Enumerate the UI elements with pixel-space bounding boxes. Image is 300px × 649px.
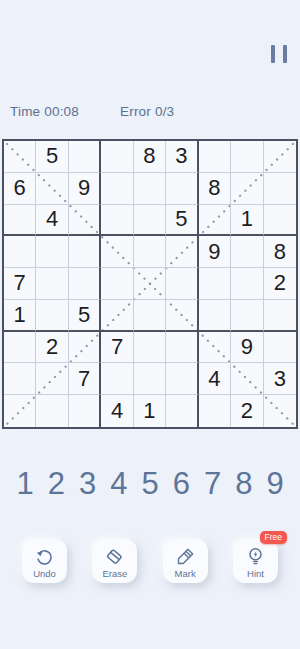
cell-r8c6[interactable] xyxy=(166,363,198,395)
cell-r3c2[interactable]: 4 xyxy=(36,205,68,237)
cell-r7c4[interactable]: 7 xyxy=(101,332,133,364)
cell-r9c4[interactable]: 4 xyxy=(101,395,133,427)
cell-r1c1[interactable] xyxy=(4,141,36,173)
cell-r6c8[interactable] xyxy=(231,300,263,332)
cell-r3c7[interactable] xyxy=(199,205,231,237)
cell-r8c9[interactable]: 3 xyxy=(264,363,296,395)
cell-r5c3[interactable] xyxy=(69,268,101,300)
cell-r8c3[interactable]: 7 xyxy=(69,363,101,395)
cell-r9c5[interactable]: 1 xyxy=(134,395,166,427)
cell-r5c2[interactable] xyxy=(36,268,68,300)
undo-label: Undo xyxy=(33,568,56,579)
cell-r7c1[interactable] xyxy=(4,332,36,364)
cell-r8c2[interactable] xyxy=(36,363,68,395)
mark-label: Mark xyxy=(175,568,196,579)
cell-r7c8[interactable]: 9 xyxy=(231,332,263,364)
numpad-5[interactable]: 5 xyxy=(137,468,163,499)
cell-r2c4[interactable] xyxy=(101,173,133,205)
hint-label: Hint xyxy=(247,568,264,579)
numpad-6[interactable]: 6 xyxy=(168,468,194,499)
cell-r3c9[interactable] xyxy=(264,205,296,237)
erase-label: Erase xyxy=(102,568,127,579)
cell-r6c2[interactable] xyxy=(36,300,68,332)
cell-r9c1[interactable] xyxy=(4,395,36,427)
cell-r4c8[interactable] xyxy=(231,236,263,268)
cell-r9c3[interactable] xyxy=(69,395,101,427)
pause-icon xyxy=(283,45,287,63)
cell-r3c8[interactable]: 1 xyxy=(231,205,263,237)
undo-button[interactable]: Undo xyxy=(22,539,67,583)
cell-r5c5[interactable] xyxy=(134,268,166,300)
cell-r5c9[interactable]: 2 xyxy=(264,268,296,300)
cell-r2c7[interactable]: 8 xyxy=(199,173,231,205)
cell-r6c1[interactable]: 1 xyxy=(4,300,36,332)
cell-r8c1[interactable] xyxy=(4,363,36,395)
cell-r2c9[interactable] xyxy=(264,173,296,205)
status-row: Time 00:08 Error 0/3 xyxy=(0,104,300,122)
cell-r3c1[interactable] xyxy=(4,205,36,237)
cell-r3c5[interactable] xyxy=(134,205,166,237)
toolbar: Undo Erase xyxy=(0,539,300,583)
cell-r7c5[interactable] xyxy=(134,332,166,364)
cell-r5c1[interactable]: 7 xyxy=(4,268,36,300)
cell-r2c5[interactable] xyxy=(134,173,166,205)
numpad-2[interactable]: 2 xyxy=(43,468,69,499)
cell-r9c7[interactable] xyxy=(199,395,231,427)
cell-r1c2[interactable]: 5 xyxy=(36,141,68,173)
cell-r9c2[interactable] xyxy=(36,395,68,427)
cell-r7c3[interactable] xyxy=(69,332,101,364)
cell-r2c8[interactable] xyxy=(231,173,263,205)
cell-r2c3[interactable]: 9 xyxy=(69,173,101,205)
cell-r4c3[interactable] xyxy=(69,236,101,268)
cell-r4c7[interactable]: 9 xyxy=(199,236,231,268)
cell-r4c9[interactable]: 8 xyxy=(264,236,296,268)
numpad-1[interactable]: 1 xyxy=(12,468,38,499)
cell-r6c4[interactable] xyxy=(101,300,133,332)
cell-r1c6[interactable]: 3 xyxy=(166,141,198,173)
cell-r1c7[interactable] xyxy=(199,141,231,173)
cell-r1c4[interactable] xyxy=(101,141,133,173)
pause-button[interactable] xyxy=(271,45,287,63)
cell-r5c4[interactable] xyxy=(101,268,133,300)
cell-r1c8[interactable] xyxy=(231,141,263,173)
cell-r9c6[interactable] xyxy=(166,395,198,427)
cell-r5c7[interactable] xyxy=(199,268,231,300)
number-pad: 1 2 3 4 5 6 7 8 9 xyxy=(0,461,300,505)
sudoku-board: 583698451987215279743412 xyxy=(2,139,298,429)
free-badge: Free xyxy=(260,531,287,544)
sudoku-app-screen: Time 00:08 Error 0/3 5836984519872152797… xyxy=(0,0,300,649)
cell-r1c3[interactable] xyxy=(69,141,101,173)
cell-r4c4[interactable] xyxy=(101,236,133,268)
cell-r8c5[interactable] xyxy=(134,363,166,395)
cell-r7c6[interactable] xyxy=(166,332,198,364)
bulb-icon xyxy=(245,546,266,567)
cell-r6c5[interactable] xyxy=(134,300,166,332)
cell-r4c6[interactable] xyxy=(166,236,198,268)
cell-r6c7[interactable] xyxy=(199,300,231,332)
cell-r7c2[interactable]: 2 xyxy=(36,332,68,364)
numpad-3[interactable]: 3 xyxy=(75,468,101,499)
cell-r7c7[interactable] xyxy=(199,332,231,364)
numpad-7[interactable]: 7 xyxy=(200,468,226,499)
cell-r2c2[interactable] xyxy=(36,173,68,205)
cell-r4c2[interactable] xyxy=(36,236,68,268)
cell-r7c9[interactable] xyxy=(264,332,296,364)
cell-r2c6[interactable] xyxy=(166,173,198,205)
pause-icon xyxy=(271,45,275,63)
cell-r9c8[interactable]: 2 xyxy=(231,395,263,427)
cell-r6c6[interactable] xyxy=(166,300,198,332)
hint-button[interactable]: Free Hint xyxy=(233,539,278,583)
cell-r1c9[interactable] xyxy=(264,141,296,173)
cell-r5c8[interactable] xyxy=(231,268,263,300)
cell-r1c5[interactable]: 8 xyxy=(134,141,166,173)
cell-r4c1[interactable] xyxy=(4,236,36,268)
cell-r8c8[interactable] xyxy=(231,363,263,395)
cell-r2c1[interactable]: 6 xyxy=(4,173,36,205)
numpad-9[interactable]: 9 xyxy=(262,468,288,499)
cell-r3c6[interactable]: 5 xyxy=(166,205,198,237)
eraser-icon xyxy=(104,546,125,567)
numpad-8[interactable]: 8 xyxy=(231,468,257,499)
erase-button[interactable]: Erase xyxy=(92,539,137,583)
cell-r8c4[interactable] xyxy=(101,363,133,395)
cell-r3c4[interactable] xyxy=(101,205,133,237)
cell-r5c6[interactable] xyxy=(166,268,198,300)
pencil-icon xyxy=(175,546,196,567)
cell-r4c5[interactable] xyxy=(134,236,166,268)
cell-r9c9[interactable] xyxy=(264,395,296,427)
timer-text: Time 00:08 xyxy=(10,104,79,119)
numpad-4[interactable]: 4 xyxy=(106,468,132,499)
cell-r6c3[interactable]: 5 xyxy=(69,300,101,332)
cell-r6c9[interactable] xyxy=(264,300,296,332)
cell-r8c7[interactable]: 4 xyxy=(199,363,231,395)
error-counter-text: Error 0/3 xyxy=(120,104,174,119)
undo-icon xyxy=(34,546,55,567)
mark-button[interactable]: Mark xyxy=(163,539,208,583)
cell-r3c3[interactable] xyxy=(69,205,101,237)
